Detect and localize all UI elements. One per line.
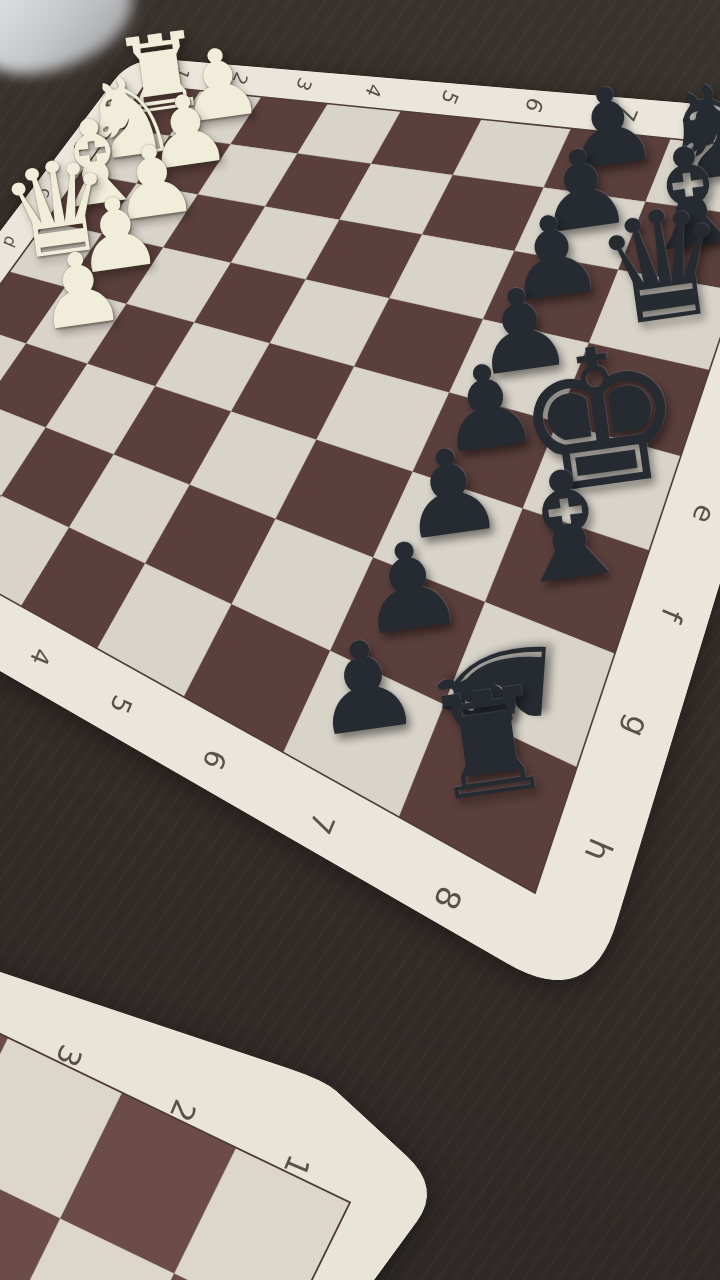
photo-canvas: 1122334455667788aabbccddeeffgghh123 ♜♟♞♟…: [0, 0, 720, 1280]
second-board: 123: [0, 928, 428, 1280]
piece-black-bishop-f8[interactable]: ♝: [484, 443, 651, 610]
piece-black-rook-h8[interactable]: ♜: [408, 665, 568, 825]
piece-white-pawn-e2[interactable]: ♟: [23, 234, 136, 347]
